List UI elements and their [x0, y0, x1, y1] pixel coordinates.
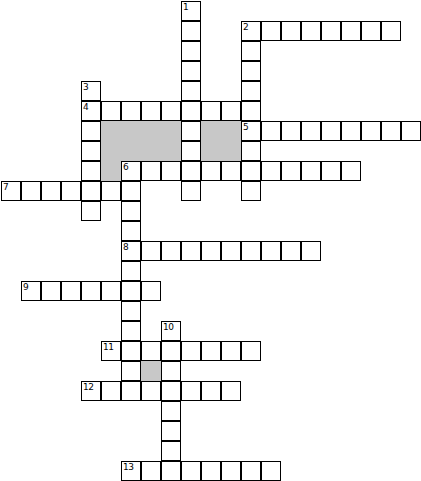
blocked-cell	[161, 141, 181, 161]
crossword-cell[interactable]	[241, 161, 261, 181]
crossword-cell[interactable]	[61, 281, 81, 301]
blocked-cell	[101, 121, 121, 141]
blocked-cell	[141, 121, 161, 141]
blocked-cell	[121, 141, 141, 161]
clue-number: 4	[83, 102, 88, 112]
clue-number: 10	[163, 322, 173, 332]
crossword-cell[interactable]	[241, 101, 261, 121]
crossword-cell[interactable]	[221, 381, 241, 401]
blocked-cell	[201, 121, 221, 141]
crossword-cell[interactable]	[221, 461, 241, 481]
clue-number: 11	[103, 342, 113, 352]
crossword-cell[interactable]	[201, 241, 221, 261]
crossword-cell[interactable]	[101, 181, 121, 201]
crossword-cell[interactable]	[301, 21, 321, 41]
crossword-cell[interactable]	[341, 21, 361, 41]
crossword-cell[interactable]: 8	[121, 241, 141, 261]
crossword-cell[interactable]	[261, 121, 281, 141]
crossword-cell[interactable]	[161, 361, 181, 381]
crossword-cell[interactable]: 5	[241, 121, 261, 141]
crossword-cell[interactable]	[361, 121, 381, 141]
crossword-cell[interactable]	[241, 181, 261, 201]
crossword-cell[interactable]	[181, 41, 201, 61]
clue-number: 6	[123, 162, 128, 172]
crossword-cell[interactable]	[181, 381, 201, 401]
crossword-cell[interactable]	[181, 101, 201, 121]
crossword-cell[interactable]	[161, 461, 181, 481]
crossword-cell[interactable]	[241, 41, 261, 61]
crossword-cell[interactable]	[101, 381, 121, 401]
crossword-cell[interactable]	[141, 161, 161, 181]
crossword-cell[interactable]	[241, 141, 261, 161]
blocked-cell	[101, 141, 121, 161]
blocked-cell	[141, 141, 161, 161]
blocked-cell	[201, 141, 221, 161]
crossword-cell[interactable]	[121, 301, 141, 321]
clue-number: 9	[23, 282, 28, 292]
crossword-cell[interactable]	[141, 341, 161, 361]
crossword-cell[interactable]	[361, 21, 381, 41]
crossword-cell[interactable]	[381, 121, 401, 141]
crossword-cell[interactable]	[241, 461, 261, 481]
crossword-cell[interactable]	[161, 241, 181, 261]
crossword-cell[interactable]	[161, 401, 181, 421]
clue-number: 7	[3, 182, 8, 192]
crossword-cell[interactable]	[141, 241, 161, 261]
crossword-cell[interactable]	[181, 341, 201, 361]
crossword-cell[interactable]	[141, 281, 161, 301]
crossword-cell[interactable]	[301, 241, 321, 261]
crossword-cell[interactable]	[201, 101, 221, 121]
blocked-cell	[221, 141, 241, 161]
blocked-cell	[221, 121, 241, 141]
crossword-cell[interactable]	[121, 221, 141, 241]
crossword-cell[interactable]	[81, 201, 101, 221]
crossword-cell[interactable]	[181, 141, 201, 161]
crossword-cell[interactable]	[101, 101, 121, 121]
crossword-cell[interactable]	[121, 261, 141, 281]
crossword-cell[interactable]	[261, 161, 281, 181]
crossword-cell[interactable]: 11	[101, 341, 121, 361]
crossword-cell[interactable]	[261, 241, 281, 261]
crossword-cell[interactable]: 1	[181, 1, 201, 21]
crossword-cell[interactable]	[81, 181, 101, 201]
crossword-cell[interactable]	[201, 341, 221, 361]
crossword-cell[interactable]: 7	[1, 181, 21, 201]
crossword-cell[interactable]	[261, 21, 281, 41]
crossword-cell[interactable]	[201, 381, 221, 401]
crossword-cell[interactable]	[121, 201, 141, 221]
crossword-cell[interactable]	[301, 121, 321, 141]
crossword-cell[interactable]	[241, 81, 261, 101]
crossword-cell[interactable]	[341, 121, 361, 141]
crossword-cell[interactable]	[221, 161, 241, 181]
crossword-cell[interactable]	[221, 341, 241, 361]
crossword-cell[interactable]	[201, 461, 221, 481]
crossword-cell[interactable]	[241, 241, 261, 261]
crossword-cell[interactable]	[401, 121, 421, 141]
blocked-cell	[161, 121, 181, 141]
crossword-cell[interactable]	[161, 441, 181, 461]
crossword-cell[interactable]	[61, 181, 81, 201]
crossword-cell[interactable]	[141, 101, 161, 121]
clue-number: 13	[123, 462, 133, 472]
crossword-cell[interactable]	[321, 121, 341, 141]
crossword-cell[interactable]	[181, 161, 201, 181]
clue-number: 8	[123, 242, 128, 252]
crossword-cell[interactable]	[181, 241, 201, 261]
crossword-cell[interactable]	[321, 161, 341, 181]
crossword-cell[interactable]: 3	[81, 81, 101, 101]
crossword-cell[interactable]	[121, 101, 141, 121]
crossword-cell[interactable]: 12	[81, 381, 101, 401]
crossword-cell[interactable]: 2	[241, 21, 261, 41]
crossword-cell[interactable]	[161, 341, 181, 361]
crossword-cell[interactable]	[261, 461, 281, 481]
clue-number: 5	[243, 122, 248, 132]
crossword-cell[interactable]	[101, 281, 121, 301]
crossword-cell[interactable]	[301, 161, 321, 181]
crossword-cell[interactable]	[121, 321, 141, 341]
crossword-cell[interactable]	[141, 381, 161, 401]
crossword-cell[interactable]	[81, 121, 101, 141]
crossword-cell[interactable]	[281, 121, 301, 141]
crossword-cell[interactable]	[81, 161, 101, 181]
crossword-cell[interactable]	[161, 381, 181, 401]
crossword-cell[interactable]	[221, 101, 241, 121]
crossword-cell[interactable]	[241, 61, 261, 81]
blocked-cell	[101, 161, 121, 181]
crossword-cell[interactable]	[121, 181, 141, 201]
crossword-cell[interactable]	[161, 421, 181, 441]
crossword-cell[interactable]	[81, 141, 101, 161]
crossword-cell[interactable]	[181, 61, 201, 81]
crossword-cell[interactable]: 9	[21, 281, 41, 301]
crossword-cell[interactable]	[81, 281, 101, 301]
clue-number: 2	[243, 22, 248, 32]
crossword-cell[interactable]	[121, 381, 141, 401]
crossword-cell[interactable]	[181, 461, 201, 481]
crossword-cell[interactable]	[321, 21, 341, 41]
crossword-cell[interactable]: 6	[121, 161, 141, 181]
crossword-cell[interactable]: 4	[81, 101, 101, 121]
crossword-cell[interactable]	[21, 181, 41, 201]
crossword-cell[interactable]: 13	[121, 461, 141, 481]
clue-number: 3	[83, 82, 88, 92]
crossword-grid: 12345678910111213	[0, 0, 421, 481]
crossword-cell[interactable]	[141, 461, 161, 481]
crossword-cell[interactable]	[241, 341, 261, 361]
clue-number: 1	[183, 2, 188, 12]
crossword-cell[interactable]	[121, 341, 141, 361]
clue-number: 12	[83, 382, 93, 392]
crossword-cell[interactable]	[181, 21, 201, 41]
crossword-cell[interactable]	[181, 181, 201, 201]
crossword-cell[interactable]	[281, 241, 301, 261]
crossword-cell[interactable]	[121, 281, 141, 301]
crossword-cell[interactable]	[41, 181, 61, 201]
crossword-cell[interactable]	[221, 241, 241, 261]
crossword-cell[interactable]	[181, 81, 201, 101]
crossword-cell[interactable]	[381, 21, 401, 41]
crossword-cell[interactable]	[41, 281, 61, 301]
crossword-cell[interactable]	[121, 361, 141, 381]
crossword-cell[interactable]	[161, 161, 181, 181]
crossword-cell[interactable]	[281, 161, 301, 181]
crossword-cell[interactable]	[341, 161, 361, 181]
crossword-cell[interactable]	[281, 21, 301, 41]
crossword-cell[interactable]	[201, 161, 221, 181]
blocked-cell	[141, 361, 161, 381]
crossword-cell[interactable]	[161, 101, 181, 121]
blocked-cell	[121, 121, 141, 141]
crossword-cell[interactable]: 10	[161, 321, 181, 341]
crossword-cell[interactable]	[181, 121, 201, 141]
